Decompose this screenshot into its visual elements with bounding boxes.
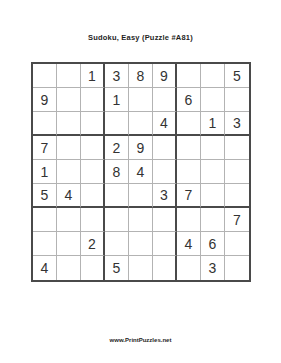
cell-r8c1[interactable] bbox=[33, 232, 57, 256]
cell-r4c9[interactable] bbox=[225, 136, 249, 160]
cell-r6c2[interactable]: 4 bbox=[57, 184, 81, 208]
cell-r4c8[interactable] bbox=[201, 136, 225, 160]
cell-r3c3[interactable] bbox=[81, 112, 105, 136]
cell-r1c1[interactable] bbox=[33, 64, 57, 88]
cell-r6c6[interactable]: 3 bbox=[153, 184, 177, 208]
cell-r8c8[interactable]: 6 bbox=[201, 232, 225, 256]
cell-r1c3[interactable]: 1 bbox=[81, 64, 105, 88]
cell-r5c4[interactable]: 8 bbox=[105, 160, 129, 184]
cell-r9c6[interactable] bbox=[153, 256, 177, 280]
page-title: Sudoku, Easy (Puzzle #A81) bbox=[0, 33, 281, 42]
cell-r5c9[interactable] bbox=[225, 160, 249, 184]
cell-r7c6[interactable] bbox=[153, 208, 177, 232]
cell-r3c2[interactable] bbox=[57, 112, 81, 136]
cell-r2c3[interactable] bbox=[81, 88, 105, 112]
cell-r1c8[interactable] bbox=[201, 64, 225, 88]
cell-r1c9[interactable]: 5 bbox=[225, 64, 249, 88]
cell-r7c5[interactable] bbox=[129, 208, 153, 232]
cell-r1c7[interactable] bbox=[177, 64, 201, 88]
cell-r5c7[interactable] bbox=[177, 160, 201, 184]
cell-r6c5[interactable] bbox=[129, 184, 153, 208]
cell-r7c3[interactable] bbox=[81, 208, 105, 232]
cell-r8c3[interactable]: 2 bbox=[81, 232, 105, 256]
cell-r4c5[interactable]: 9 bbox=[129, 136, 153, 160]
cell-r8c6[interactable] bbox=[153, 232, 177, 256]
sudoku-board: 1389591641372918454377246453 bbox=[31, 62, 251, 282]
cell-r4c6[interactable] bbox=[153, 136, 177, 160]
cell-r3c6[interactable]: 4 bbox=[153, 112, 177, 136]
cell-r5c3[interactable] bbox=[81, 160, 105, 184]
cell-r5c5[interactable]: 4 bbox=[129, 160, 153, 184]
cell-r7c4[interactable] bbox=[105, 208, 129, 232]
cell-r2c1[interactable]: 9 bbox=[33, 88, 57, 112]
cell-r5c2[interactable] bbox=[57, 160, 81, 184]
cell-r2c7[interactable]: 6 bbox=[177, 88, 201, 112]
cell-r9c4[interactable]: 5 bbox=[105, 256, 129, 280]
cell-r4c2[interactable] bbox=[57, 136, 81, 160]
cell-r2c2[interactable] bbox=[57, 88, 81, 112]
cell-r9c1[interactable]: 4 bbox=[33, 256, 57, 280]
cell-r5c6[interactable] bbox=[153, 160, 177, 184]
cell-r9c2[interactable] bbox=[57, 256, 81, 280]
cell-r3c5[interactable] bbox=[129, 112, 153, 136]
cell-r8c2[interactable] bbox=[57, 232, 81, 256]
cell-r6c4[interactable] bbox=[105, 184, 129, 208]
cell-r4c1[interactable]: 7 bbox=[33, 136, 57, 160]
cell-r3c1[interactable] bbox=[33, 112, 57, 136]
cell-r6c1[interactable]: 5 bbox=[33, 184, 57, 208]
cell-r5c1[interactable]: 1 bbox=[33, 160, 57, 184]
cell-r3c8[interactable]: 1 bbox=[201, 112, 225, 136]
cell-r5c8[interactable] bbox=[201, 160, 225, 184]
cell-r9c9[interactable] bbox=[225, 256, 249, 280]
cell-r4c4[interactable]: 2 bbox=[105, 136, 129, 160]
cell-r9c8[interactable]: 3 bbox=[201, 256, 225, 280]
cell-r3c7[interactable] bbox=[177, 112, 201, 136]
cell-r6c3[interactable] bbox=[81, 184, 105, 208]
cell-r7c8[interactable] bbox=[201, 208, 225, 232]
cell-r4c7[interactable] bbox=[177, 136, 201, 160]
cell-r2c4[interactable]: 1 bbox=[105, 88, 129, 112]
cell-r1c4[interactable]: 3 bbox=[105, 64, 129, 88]
cell-r3c9[interactable]: 3 bbox=[225, 112, 249, 136]
cell-r7c2[interactable] bbox=[57, 208, 81, 232]
cell-r8c7[interactable]: 4 bbox=[177, 232, 201, 256]
cell-r6c9[interactable] bbox=[225, 184, 249, 208]
cell-r2c9[interactable] bbox=[225, 88, 249, 112]
cell-r1c2[interactable] bbox=[57, 64, 81, 88]
cell-r8c9[interactable] bbox=[225, 232, 249, 256]
cell-r7c1[interactable] bbox=[33, 208, 57, 232]
footer-url: www.PrintPuzzles.net bbox=[0, 337, 281, 343]
cell-r6c7[interactable]: 7 bbox=[177, 184, 201, 208]
cell-r7c7[interactable] bbox=[177, 208, 201, 232]
cell-r2c8[interactable] bbox=[201, 88, 225, 112]
cell-r7c9[interactable]: 7 bbox=[225, 208, 249, 232]
cell-r1c6[interactable]: 9 bbox=[153, 64, 177, 88]
cell-r9c5[interactable] bbox=[129, 256, 153, 280]
cell-r6c8[interactable] bbox=[201, 184, 225, 208]
cell-r8c4[interactable] bbox=[105, 232, 129, 256]
cell-r3c4[interactable] bbox=[105, 112, 129, 136]
cell-r9c3[interactable] bbox=[81, 256, 105, 280]
cell-r2c6[interactable] bbox=[153, 88, 177, 112]
cell-r2c5[interactable] bbox=[129, 88, 153, 112]
cell-r4c3[interactable] bbox=[81, 136, 105, 160]
cell-r8c5[interactable] bbox=[129, 232, 153, 256]
cell-r9c7[interactable] bbox=[177, 256, 201, 280]
cell-r1c5[interactable]: 8 bbox=[129, 64, 153, 88]
